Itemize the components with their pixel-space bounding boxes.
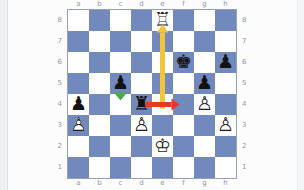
square-g3[interactable] xyxy=(194,115,215,136)
square-d6[interactable] xyxy=(131,52,152,73)
square-a7[interactable] xyxy=(68,31,89,52)
square-b5[interactable] xyxy=(89,73,110,94)
square-d8[interactable] xyxy=(131,10,152,31)
square-c7[interactable] xyxy=(110,31,131,52)
rank-label-4: 4 xyxy=(238,94,252,115)
square-d5[interactable] xyxy=(131,73,152,94)
rank-label-2: 2 xyxy=(238,136,252,157)
square-g6[interactable] xyxy=(194,52,215,73)
square-e1[interactable] xyxy=(152,157,173,178)
rank-label-5: 5 xyxy=(48,73,65,94)
square-e2[interactable]: ♚♔ xyxy=(152,136,173,157)
rank-label-1: 1 xyxy=(48,157,65,178)
piece-black-pawn-c5[interactable]: ♟ xyxy=(110,73,131,94)
rank-label-5: 5 xyxy=(238,73,252,94)
piece-black-pawn-h6[interactable]: ♟ xyxy=(215,52,236,73)
square-d3[interactable]: ♟♙ xyxy=(131,115,152,136)
square-b2[interactable] xyxy=(89,136,110,157)
square-c6[interactable] xyxy=(110,52,131,73)
piece-white-pawn-d3[interactable]: ♟♙ xyxy=(131,115,152,136)
piece-black-pawn-a4[interactable]: ♟ xyxy=(68,94,89,115)
square-c8[interactable] xyxy=(110,10,131,31)
rank-label-8: 8 xyxy=(238,10,252,31)
rank-label-3: 3 xyxy=(238,115,252,136)
square-a5[interactable] xyxy=(68,73,89,94)
left-gutter xyxy=(0,0,8,190)
rank-label-4: 4 xyxy=(48,94,65,115)
square-a3[interactable]: ♟♙ xyxy=(68,115,89,136)
chess-diagram-screen: abcdefgh 87654321 87654321 abcdefgh ♜♖♚♟… xyxy=(0,0,304,190)
square-e8[interactable]: ♜♖ xyxy=(152,10,173,31)
square-h5[interactable] xyxy=(215,73,236,94)
square-h1[interactable] xyxy=(215,157,236,178)
square-b7[interactable] xyxy=(89,31,110,52)
piece-white-pawn-a3[interactable]: ♟♙ xyxy=(68,115,89,136)
square-c2[interactable] xyxy=(110,136,131,157)
square-h8[interactable] xyxy=(215,10,236,31)
square-e5[interactable] xyxy=(152,73,173,94)
square-e4[interactable] xyxy=(152,94,173,115)
square-g1[interactable] xyxy=(194,157,215,178)
square-a6[interactable] xyxy=(68,52,89,73)
file-label-c: c xyxy=(110,0,131,9)
square-a1[interactable] xyxy=(68,157,89,178)
rank-label-6: 6 xyxy=(238,52,252,73)
piece-black-pawn-g5[interactable]: ♟ xyxy=(194,73,215,94)
file-label-h: h xyxy=(215,0,236,9)
square-g5[interactable]: ♟ xyxy=(194,73,215,94)
square-d1[interactable] xyxy=(131,157,152,178)
square-g8[interactable] xyxy=(194,10,215,31)
square-g2[interactable] xyxy=(194,136,215,157)
chess-board[interactable]: ♜♖♚♟♟♟♟♜♟♙♟♙♟♙♟♙♚♔ xyxy=(67,9,237,179)
piece-white-pawn-g4[interactable]: ♟♙ xyxy=(194,94,215,115)
square-f3[interactable] xyxy=(173,115,194,136)
file-label-h: h xyxy=(215,179,236,189)
square-d2[interactable] xyxy=(131,136,152,157)
piece-black-rook-d4[interactable]: ♜ xyxy=(131,94,152,115)
square-h7[interactable] xyxy=(215,31,236,52)
rank-label-1: 1 xyxy=(238,157,252,178)
file-label-d: d xyxy=(131,179,152,189)
file-label-g: g xyxy=(194,179,215,189)
square-a2[interactable] xyxy=(68,136,89,157)
square-g4[interactable]: ♟♙ xyxy=(194,94,215,115)
square-e3[interactable] xyxy=(152,115,173,136)
square-b3[interactable] xyxy=(89,115,110,136)
rank-label-7: 7 xyxy=(238,31,252,52)
piece-white-king-e2[interactable]: ♚♔ xyxy=(152,136,173,157)
rank-label-2: 2 xyxy=(48,136,65,157)
rank-label-3: 3 xyxy=(48,115,65,136)
right-gutter xyxy=(297,0,304,190)
file-label-g: g xyxy=(194,0,215,9)
file-label-a: a xyxy=(68,0,89,9)
square-d4[interactable]: ♜ xyxy=(131,94,152,115)
rank-label-8: 8 xyxy=(48,10,65,31)
file-labels-top: abcdefgh xyxy=(68,0,236,9)
square-e7[interactable] xyxy=(152,31,173,52)
file-label-c: c xyxy=(110,179,131,189)
square-f2[interactable] xyxy=(173,136,194,157)
square-f5[interactable] xyxy=(173,73,194,94)
square-h3[interactable]: ♟♙ xyxy=(215,115,236,136)
piece-white-rook-e8[interactable]: ♜♖ xyxy=(152,10,173,31)
square-f7[interactable] xyxy=(173,31,194,52)
square-g7[interactable] xyxy=(194,31,215,52)
square-c3[interactable] xyxy=(110,115,131,136)
square-a8[interactable] xyxy=(68,10,89,31)
rank-label-6: 6 xyxy=(48,52,65,73)
file-labels-bottom: abcdefgh xyxy=(68,179,236,189)
file-label-b: b xyxy=(89,0,110,9)
square-b4[interactable] xyxy=(89,94,110,115)
square-h4[interactable] xyxy=(215,94,236,115)
file-label-e: e xyxy=(152,179,173,189)
square-b8[interactable] xyxy=(89,10,110,31)
square-h2[interactable] xyxy=(215,136,236,157)
square-b1[interactable] xyxy=(89,157,110,178)
piece-black-king-f6[interactable]: ♚ xyxy=(173,52,194,73)
square-a4[interactable]: ♟ xyxy=(68,94,89,115)
rank-labels-left: 87654321 xyxy=(48,10,65,178)
square-h6[interactable]: ♟ xyxy=(215,52,236,73)
square-f1[interactable] xyxy=(173,157,194,178)
square-d7[interactable] xyxy=(131,31,152,52)
piece-white-pawn-h3[interactable]: ♟♙ xyxy=(215,115,236,136)
square-f4[interactable] xyxy=(173,94,194,115)
square-e6[interactable] xyxy=(152,52,173,73)
file-label-b: b xyxy=(89,179,110,189)
square-b6[interactable] xyxy=(89,52,110,73)
file-label-f: f xyxy=(173,179,194,189)
square-f6[interactable]: ♚ xyxy=(173,52,194,73)
file-label-f: f xyxy=(173,0,194,9)
file-label-a: a xyxy=(68,179,89,189)
rank-label-7: 7 xyxy=(48,31,65,52)
square-c4[interactable] xyxy=(110,94,131,115)
square-c1[interactable] xyxy=(110,157,131,178)
square-f8[interactable] xyxy=(173,10,194,31)
file-label-d: d xyxy=(131,0,152,9)
rank-labels-right: 87654321 xyxy=(238,10,252,178)
square-c5[interactable]: ♟ xyxy=(110,73,131,94)
